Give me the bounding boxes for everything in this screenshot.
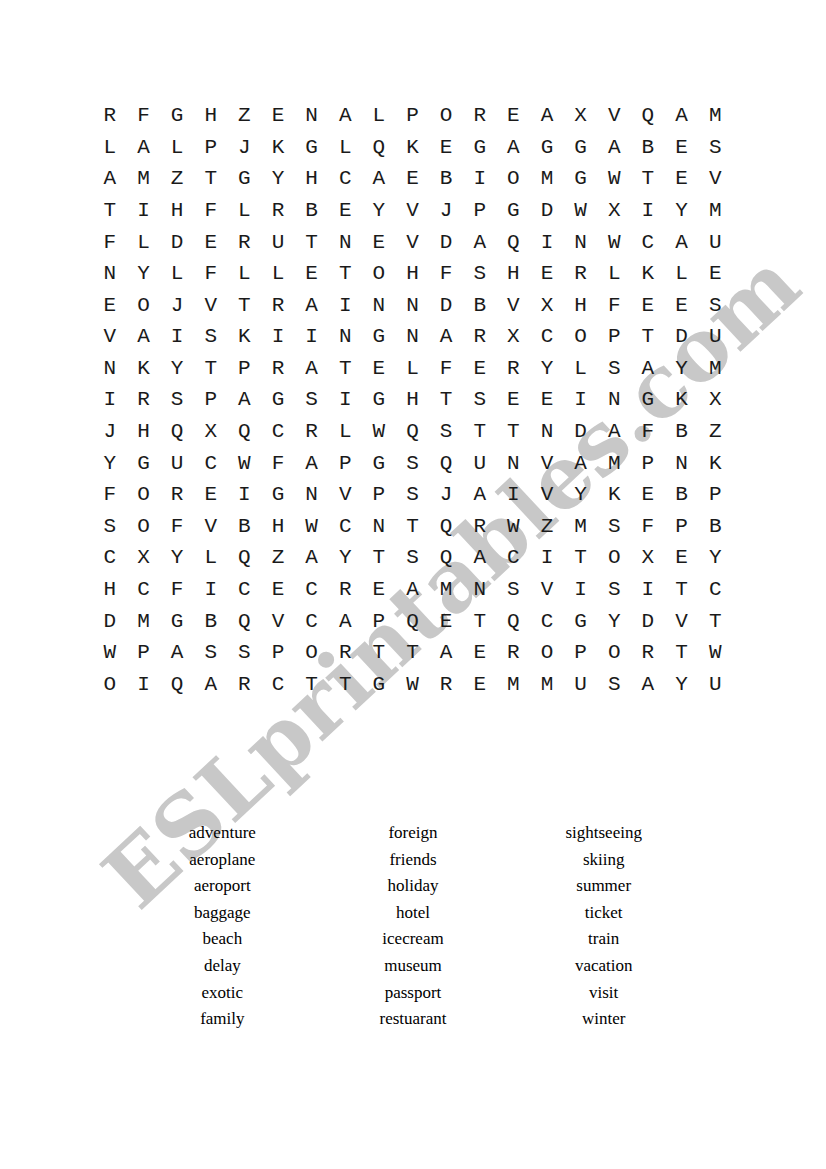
word-list-item: visit xyxy=(508,980,699,1007)
grid-cell: D xyxy=(160,226,194,258)
word-list-item: holiday xyxy=(318,873,509,900)
grid-cell: K xyxy=(631,258,665,290)
word-list-item: skiing xyxy=(508,847,699,874)
grid-cell: U xyxy=(160,447,194,479)
grid-cell: L xyxy=(228,258,262,290)
grid-cell: Q xyxy=(631,100,665,132)
grid-cell: M xyxy=(127,163,161,195)
grid-cell: R xyxy=(497,353,531,385)
grid-cell: M xyxy=(127,605,161,637)
grid-cell: T xyxy=(429,384,463,416)
grid-cell: I xyxy=(228,479,262,511)
grid-cell: G xyxy=(160,605,194,637)
grid-cell: T xyxy=(396,637,430,669)
word-list-item: aeroport xyxy=(127,873,318,900)
grid-cell: L xyxy=(261,258,295,290)
grid-cell: Y xyxy=(698,542,732,574)
grid-cell: Y xyxy=(93,447,127,479)
grid-cell: Q xyxy=(429,511,463,543)
grid-cell: S xyxy=(160,384,194,416)
grid-cell: A xyxy=(564,447,598,479)
grid-cell: A xyxy=(127,321,161,353)
grid-cell: E xyxy=(429,132,463,164)
grid-cell: L xyxy=(362,100,396,132)
grid-cell: I xyxy=(631,195,665,227)
grid-cell: J xyxy=(160,289,194,321)
grid-cell: J xyxy=(429,479,463,511)
grid-cell: A xyxy=(497,132,531,164)
grid-cell: X xyxy=(127,542,161,574)
grid-cell: D xyxy=(631,605,665,637)
grid-cell: M xyxy=(530,668,564,700)
grid-cell: T xyxy=(631,163,665,195)
grid-cell: U xyxy=(698,668,732,700)
grid-cell: N xyxy=(328,321,362,353)
grid-cell: O xyxy=(597,637,631,669)
grid-cell: Q xyxy=(497,605,531,637)
grid-cell: W xyxy=(228,447,262,479)
grid-cell: R xyxy=(93,100,127,132)
grid-cell: G xyxy=(564,163,598,195)
grid-cell: R xyxy=(328,637,362,669)
grid-cell: S xyxy=(698,132,732,164)
grid-cell: C xyxy=(295,605,329,637)
grid-cell: P xyxy=(194,132,228,164)
grid-cell: F xyxy=(429,353,463,385)
grid-cell: F xyxy=(93,479,127,511)
grid-cell: G xyxy=(261,384,295,416)
grid-cell: C xyxy=(228,574,262,606)
grid-cell: Z xyxy=(160,163,194,195)
grid-cell: E xyxy=(631,479,665,511)
grid-cell: M xyxy=(564,511,598,543)
grid-cell: G xyxy=(362,668,396,700)
word-list-item: adventure xyxy=(127,820,318,847)
word-list-item: icecream xyxy=(318,926,509,953)
grid-cell: L xyxy=(228,195,262,227)
grid-cell: Y xyxy=(127,258,161,290)
grid-cell: D xyxy=(564,416,598,448)
grid-cell: P xyxy=(597,321,631,353)
grid-cell: C xyxy=(631,226,665,258)
grid-cell: N xyxy=(93,258,127,290)
grid-cell: B xyxy=(295,195,329,227)
grid-cell: L xyxy=(328,132,362,164)
wordsearch-grid: RFGHZENALPOREAXVQAMLALPJKGLQKEGAGGABESAM… xyxy=(93,100,732,700)
grid-cell: A xyxy=(127,132,161,164)
grid-cell: T xyxy=(396,511,430,543)
grid-cell: X xyxy=(497,321,531,353)
word-list-column-3: sightseeingskiingsummertickettrainvacati… xyxy=(508,820,699,1033)
grid-cell: G xyxy=(127,447,161,479)
grid-cell: R xyxy=(463,321,497,353)
grid-cell: D xyxy=(93,605,127,637)
grid-cell: G xyxy=(631,384,665,416)
grid-cell: I xyxy=(463,163,497,195)
grid-cell: H xyxy=(295,163,329,195)
grid-cell: F xyxy=(631,416,665,448)
grid-cell: G xyxy=(228,163,262,195)
grid-cell: N xyxy=(362,511,396,543)
word-list-item: ticket xyxy=(508,900,699,927)
grid-cell: T xyxy=(328,258,362,290)
grid-cell: N xyxy=(530,416,564,448)
grid-cell: T xyxy=(631,321,665,353)
grid-cell: E xyxy=(665,542,699,574)
grid-cell: Y xyxy=(665,353,699,385)
grid-cell: Q xyxy=(429,447,463,479)
grid-cell: E xyxy=(665,132,699,164)
grid-cell: S xyxy=(396,542,430,574)
grid-cell: B xyxy=(698,511,732,543)
grid-cell: A xyxy=(295,447,329,479)
grid-cell: I xyxy=(295,321,329,353)
grid-cell: C xyxy=(127,574,161,606)
grid-cell: V xyxy=(194,511,228,543)
grid-cell: R xyxy=(261,353,295,385)
grid-cell: T xyxy=(328,668,362,700)
grid-cell: A xyxy=(295,353,329,385)
grid-cell: B xyxy=(665,479,699,511)
word-list-item: baggage xyxy=(127,900,318,927)
grid-cell: M xyxy=(429,574,463,606)
grid-cell: K xyxy=(665,384,699,416)
grid-cell: V xyxy=(597,100,631,132)
grid-cell: P xyxy=(194,384,228,416)
grid-cell: R xyxy=(261,289,295,321)
grid-cell: X xyxy=(597,195,631,227)
grid-cell: Q xyxy=(160,668,194,700)
grid-cell: A xyxy=(631,668,665,700)
grid-cell: T xyxy=(698,605,732,637)
grid-cell: A xyxy=(463,479,497,511)
word-list-item: friends xyxy=(318,847,509,874)
grid-cell: M xyxy=(698,100,732,132)
grid-cell: L xyxy=(160,258,194,290)
grid-cell: I xyxy=(564,574,598,606)
grid-cell: L xyxy=(160,132,194,164)
grid-cell: Q xyxy=(160,416,194,448)
grid-cell: E xyxy=(530,258,564,290)
grid-cell: S xyxy=(295,384,329,416)
grid-cell: Z xyxy=(261,542,295,574)
grid-cell: W xyxy=(362,416,396,448)
grid-cell: O xyxy=(530,637,564,669)
grid-cell: E xyxy=(194,479,228,511)
grid-cell: N xyxy=(564,226,598,258)
word-list-column-2: foreignfriendsholidayhotelicecreammuseum… xyxy=(318,820,509,1033)
word-list-item: passport xyxy=(318,980,509,1007)
grid-cell: J xyxy=(429,195,463,227)
grid-cell: G xyxy=(160,100,194,132)
grid-cell: O xyxy=(93,668,127,700)
grid-cell: Y xyxy=(261,163,295,195)
grid-cell: I xyxy=(127,668,161,700)
grid-cell: E xyxy=(328,195,362,227)
grid-cell: R xyxy=(160,479,194,511)
grid-cell: I xyxy=(328,384,362,416)
grid-cell: R xyxy=(261,195,295,227)
grid-cell: L xyxy=(194,542,228,574)
grid-cell: T xyxy=(93,195,127,227)
grid-cell: L xyxy=(127,226,161,258)
grid-cell: N xyxy=(93,353,127,385)
grid-cell: F xyxy=(631,511,665,543)
grid-cell: T xyxy=(665,574,699,606)
grid-cell: P xyxy=(698,479,732,511)
grid-cell: C xyxy=(530,321,564,353)
grid-cell: W xyxy=(396,668,430,700)
grid-cell: S xyxy=(429,416,463,448)
word-list-column-1: adventureaeroplaneaeroportbaggagebeachde… xyxy=(127,820,318,1033)
grid-cell: Z xyxy=(228,100,262,132)
grid-cell: C xyxy=(93,542,127,574)
grid-cell: H xyxy=(261,511,295,543)
grid-cell: I xyxy=(261,321,295,353)
grid-cell: A xyxy=(429,637,463,669)
grid-cell: X xyxy=(194,416,228,448)
grid-cell: I xyxy=(530,542,564,574)
grid-cell: E xyxy=(665,163,699,195)
grid-cell: R xyxy=(497,637,531,669)
grid-cell: V xyxy=(530,479,564,511)
grid-cell: E xyxy=(261,100,295,132)
grid-cell: E xyxy=(93,289,127,321)
grid-cell: P xyxy=(665,511,699,543)
grid-cell: Y xyxy=(328,542,362,574)
grid-cell: Y xyxy=(597,605,631,637)
grid-cell: Y xyxy=(362,195,396,227)
grid-cell: C xyxy=(328,163,362,195)
grid-cell: B xyxy=(463,289,497,321)
grid-cell: U xyxy=(564,668,598,700)
grid-cell: H xyxy=(194,100,228,132)
grid-cell: F xyxy=(194,195,228,227)
grid-cell: P xyxy=(362,605,396,637)
grid-cell: W xyxy=(497,511,531,543)
grid-cell: Q xyxy=(497,226,531,258)
grid-cell: E xyxy=(362,226,396,258)
grid-cell: F xyxy=(597,289,631,321)
grid-cell: R xyxy=(228,668,262,700)
grid-cell: D xyxy=(429,289,463,321)
grid-cell: M xyxy=(698,195,732,227)
grid-cell: S xyxy=(597,574,631,606)
word-list-item: summer xyxy=(508,873,699,900)
grid-cell: B xyxy=(631,132,665,164)
grid-cell: D xyxy=(665,321,699,353)
grid-cell: O xyxy=(597,542,631,574)
grid-cell: T xyxy=(228,289,262,321)
grid-cell: M xyxy=(597,447,631,479)
grid-cell: S xyxy=(396,447,430,479)
grid-cell: Y xyxy=(665,195,699,227)
grid-cell: R xyxy=(328,574,362,606)
grid-cell: Y xyxy=(530,353,564,385)
grid-cell: A xyxy=(194,668,228,700)
grid-cell: O xyxy=(497,163,531,195)
grid-cell: K xyxy=(698,447,732,479)
grid-cell: P xyxy=(261,637,295,669)
grid-cell: V xyxy=(194,289,228,321)
grid-cell: A xyxy=(665,226,699,258)
grid-cell: M xyxy=(698,353,732,385)
grid-cell: F xyxy=(160,511,194,543)
grid-cell: I xyxy=(564,384,598,416)
grid-cell: G xyxy=(497,195,531,227)
grid-cell: K xyxy=(597,479,631,511)
grid-cell: A xyxy=(429,321,463,353)
grid-cell: V xyxy=(530,447,564,479)
grid-cell: K xyxy=(261,132,295,164)
grid-cell: E xyxy=(497,100,531,132)
grid-cell: D xyxy=(530,195,564,227)
grid-cell: V xyxy=(396,195,430,227)
grid-cell: N xyxy=(295,479,329,511)
grid-cell: S xyxy=(597,668,631,700)
grid-cell: W xyxy=(698,637,732,669)
grid-cell: P xyxy=(463,195,497,227)
grid-cell: I xyxy=(530,226,564,258)
grid-cell: H xyxy=(396,384,430,416)
grid-cell: P xyxy=(396,100,430,132)
grid-cell: E xyxy=(463,668,497,700)
grid-cell: B xyxy=(665,416,699,448)
grid-cell: N xyxy=(665,447,699,479)
grid-cell: E xyxy=(362,574,396,606)
grid-cell: L xyxy=(597,258,631,290)
grid-cell: A xyxy=(396,574,430,606)
grid-cell: S xyxy=(194,321,228,353)
grid-cell: G xyxy=(463,132,497,164)
word-list-item: hotel xyxy=(318,900,509,927)
grid-cell: H xyxy=(564,289,598,321)
grid-cell: Q xyxy=(228,542,262,574)
grid-cell: N xyxy=(463,574,497,606)
grid-cell: C xyxy=(497,542,531,574)
grid-cell: U xyxy=(261,226,295,258)
grid-cell: W xyxy=(597,226,631,258)
grid-cell: V xyxy=(93,321,127,353)
grid-cell: B xyxy=(429,163,463,195)
grid-cell: H xyxy=(93,574,127,606)
grid-cell: T xyxy=(463,605,497,637)
grid-cell: H xyxy=(497,258,531,290)
grid-cell: R xyxy=(295,416,329,448)
grid-cell: K xyxy=(396,132,430,164)
grid-cell: Q xyxy=(429,542,463,574)
grid-cell: N xyxy=(396,321,430,353)
grid-cell: A xyxy=(665,100,699,132)
grid-cell: R xyxy=(463,100,497,132)
grid-cell: Y xyxy=(665,668,699,700)
grid-cell: F xyxy=(93,226,127,258)
grid-cell: D xyxy=(429,226,463,258)
grid-cell: G xyxy=(362,447,396,479)
grid-cell: Z xyxy=(530,511,564,543)
grid-cell: I xyxy=(127,195,161,227)
word-list-item: exotic xyxy=(127,980,318,1007)
grid-cell: I xyxy=(194,574,228,606)
grid-cell: P xyxy=(564,637,598,669)
grid-cell: H xyxy=(160,195,194,227)
grid-cell: S xyxy=(93,511,127,543)
word-list-item: restuarant xyxy=(318,1006,509,1033)
grid-cell: T xyxy=(328,353,362,385)
grid-cell: T xyxy=(295,226,329,258)
grid-cell: S xyxy=(698,289,732,321)
grid-cell: V xyxy=(396,226,430,258)
grid-cell: P xyxy=(631,447,665,479)
grid-cell: Q xyxy=(362,132,396,164)
grid-cell: E xyxy=(497,384,531,416)
grid-cell: F xyxy=(127,100,161,132)
grid-cell: K xyxy=(228,321,262,353)
grid-cell: H xyxy=(127,416,161,448)
grid-cell: F xyxy=(261,447,295,479)
grid-cell: U xyxy=(698,321,732,353)
grid-cell: A xyxy=(463,542,497,574)
grid-cell: G xyxy=(564,132,598,164)
grid-cell: A xyxy=(295,542,329,574)
grid-cell: E xyxy=(261,574,295,606)
grid-cell: F xyxy=(429,258,463,290)
grid-cell: A xyxy=(93,163,127,195)
grid-cell: E xyxy=(396,163,430,195)
word-list-item: vacation xyxy=(508,953,699,980)
grid-cell: O xyxy=(127,289,161,321)
grid-cell: Y xyxy=(160,353,194,385)
word-list-item: museum xyxy=(318,953,509,980)
grid-cell: Y xyxy=(564,479,598,511)
grid-cell: N xyxy=(597,384,631,416)
grid-cell: S xyxy=(463,258,497,290)
grid-cell: B xyxy=(194,605,228,637)
grid-cell: S xyxy=(194,637,228,669)
grid-cell: W xyxy=(597,163,631,195)
grid-cell: B xyxy=(228,511,262,543)
grid-cell: E xyxy=(698,258,732,290)
grid-cell: P xyxy=(362,479,396,511)
grid-cell: E xyxy=(429,605,463,637)
grid-cell: C xyxy=(261,668,295,700)
grid-cell: O xyxy=(564,321,598,353)
grid-cell: K xyxy=(127,353,161,385)
grid-cell: A xyxy=(362,163,396,195)
grid-cell: P xyxy=(328,447,362,479)
word-list-item: sightseeing xyxy=(508,820,699,847)
grid-cell: S xyxy=(597,511,631,543)
grid-cell: X xyxy=(564,100,598,132)
grid-cell: U xyxy=(463,447,497,479)
grid-cell: V xyxy=(530,574,564,606)
grid-cell: C xyxy=(295,574,329,606)
grid-cell: S xyxy=(597,353,631,385)
grid-cell: S xyxy=(497,574,531,606)
grid-cell: A xyxy=(597,132,631,164)
grid-cell: A xyxy=(228,384,262,416)
grid-cell: O xyxy=(295,637,329,669)
grid-cell: C xyxy=(698,574,732,606)
grid-cell: S xyxy=(396,479,430,511)
grid-cell: E xyxy=(530,384,564,416)
grid-cell: E xyxy=(362,353,396,385)
grid-cell: T xyxy=(194,353,228,385)
grid-cell: I xyxy=(631,574,665,606)
word-list-item: aeroplane xyxy=(127,847,318,874)
word-list-item: beach xyxy=(127,926,318,953)
grid-cell: G xyxy=(261,479,295,511)
